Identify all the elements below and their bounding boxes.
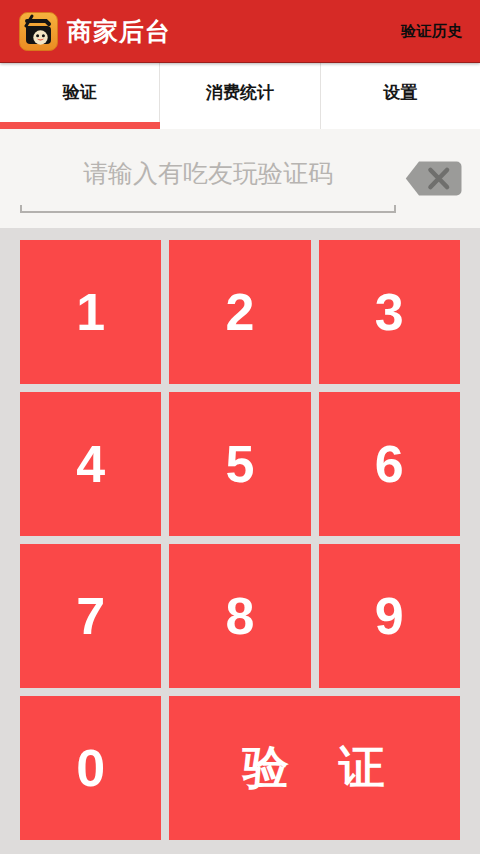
key-8[interactable]: 8 bbox=[169, 544, 310, 688]
key-0[interactable]: 0 bbox=[20, 696, 161, 840]
number-keypad: 1 2 3 4 5 6 7 8 9 0 验 证 bbox=[0, 228, 480, 854]
verification-code-input[interactable] bbox=[20, 143, 396, 205]
app-header: 商家后台 验证历史 bbox=[0, 0, 480, 63]
code-input-section bbox=[0, 129, 480, 228]
key-1[interactable]: 1 bbox=[20, 240, 161, 384]
tab-bar: 验证 消费统计 设置 bbox=[0, 63, 480, 129]
key-5[interactable]: 5 bbox=[169, 392, 310, 536]
key-6[interactable]: 6 bbox=[319, 392, 460, 536]
active-tab-indicator bbox=[0, 122, 160, 129]
key-9[interactable]: 9 bbox=[319, 544, 460, 688]
verify-history-button[interactable]: 验证历史 bbox=[401, 22, 463, 41]
tab-verify[interactable]: 验证 bbox=[0, 63, 159, 129]
key-4[interactable]: 4 bbox=[20, 392, 161, 536]
code-input-field bbox=[20, 143, 396, 215]
tab-settings[interactable]: 设置 bbox=[320, 63, 480, 129]
backspace-x-icon bbox=[404, 160, 463, 197]
key-7[interactable]: 7 bbox=[20, 544, 161, 688]
input-underline bbox=[20, 205, 396, 213]
app-logo-icon bbox=[19, 12, 58, 51]
key-2[interactable]: 2 bbox=[169, 240, 310, 384]
app-title: 商家后台 bbox=[67, 15, 171, 48]
backspace-button[interactable] bbox=[404, 160, 463, 197]
key-3[interactable]: 3 bbox=[319, 240, 460, 384]
tab-consumption-stats[interactable]: 消费统计 bbox=[159, 63, 319, 129]
verify-button[interactable]: 验 证 bbox=[169, 696, 460, 840]
